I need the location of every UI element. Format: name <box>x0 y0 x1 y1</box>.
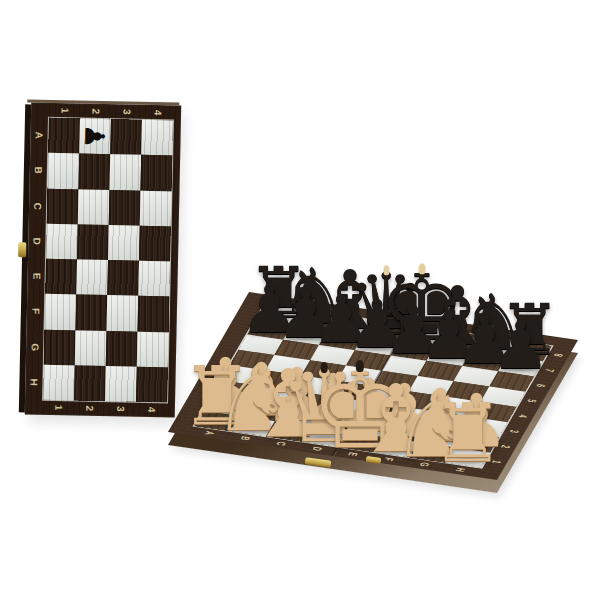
folded-board-squares: ♟ <box>43 118 173 403</box>
folded-square <box>76 259 108 295</box>
folded-square <box>45 294 77 330</box>
frame-corner <box>25 399 43 414</box>
folded-board-face: 1234 ABCDEFGH ♟ 1234 <box>25 102 182 417</box>
coordinate-label: G <box>411 456 438 474</box>
folded-square <box>47 153 79 189</box>
frame-corner <box>173 105 181 120</box>
coordinate-label: 3 <box>121 109 132 115</box>
folded-square <box>140 190 172 226</box>
coordinate-label: 2 <box>90 108 101 114</box>
folded-square <box>136 366 168 402</box>
folded-square <box>137 331 169 367</box>
folded-square <box>108 225 140 261</box>
folded-square <box>105 366 137 402</box>
coordinate-label: 1 <box>59 108 70 114</box>
folded-square <box>78 189 110 225</box>
light-finial-icon <box>418 263 425 274</box>
coordinate-label: H <box>29 378 40 385</box>
folded-square <box>44 329 76 365</box>
folded-square <box>46 224 78 260</box>
folded-square <box>138 261 170 297</box>
coordinate-label: 1 <box>53 405 64 411</box>
coordinate-label: E <box>31 273 42 280</box>
folded-square <box>141 120 173 156</box>
coordinate-label: B <box>33 167 44 174</box>
folded-square: ♟ <box>79 118 111 154</box>
coordinate-label: 4 <box>152 110 163 116</box>
coordinate-label: C <box>33 202 44 209</box>
folded-square <box>47 188 79 224</box>
folded-square <box>75 330 107 366</box>
frame-corner <box>31 102 49 117</box>
folded-square <box>109 154 141 190</box>
folded-square <box>77 224 109 260</box>
pawn-logo-icon: ♟ <box>81 124 109 149</box>
coordinate-label: D <box>32 237 43 244</box>
coordinate-label: 8 <box>538 349 578 362</box>
coordinate-label: 3 <box>115 406 126 412</box>
folded-square <box>107 260 139 296</box>
folded-square <box>107 295 139 331</box>
coordinate-label: E <box>340 445 367 463</box>
folded-square <box>74 365 106 401</box>
folded-square <box>138 296 170 332</box>
coordinate-label: 2 <box>84 405 95 411</box>
folded-square <box>109 190 141 226</box>
brass-hinge-icon <box>18 242 26 257</box>
folded-square <box>45 259 77 295</box>
coordinate-label: C <box>268 435 295 453</box>
folded-bottom-coordinates: 1234 <box>43 400 167 418</box>
folded-square <box>140 155 172 191</box>
folded-square <box>106 331 138 367</box>
frame-corner <box>167 402 175 417</box>
folded-square <box>43 365 75 401</box>
folded-square <box>78 154 110 190</box>
coordinate-label: H <box>447 461 474 479</box>
folded-chessboard: 1234 ABCDEFGH ♟ 1234 <box>25 102 182 417</box>
folded-square <box>110 119 142 155</box>
folded-square <box>48 118 80 154</box>
coordinate-label: 4 <box>146 407 157 413</box>
product-photo-stage: 1234 ABCDEFGH ♟ 1234 ABCDEFGH 87654321 ♜… <box>0 0 600 600</box>
light-finial-icon <box>383 265 389 274</box>
coordinate-label: A <box>196 424 223 442</box>
coordinate-label: G <box>30 343 41 351</box>
coordinate-label: F <box>30 308 41 314</box>
coordinate-label: D <box>304 440 331 458</box>
folded-square <box>139 226 171 262</box>
folded-square <box>76 295 108 331</box>
coordinate-label: A <box>34 132 45 139</box>
coordinate-label: B <box>232 429 259 447</box>
